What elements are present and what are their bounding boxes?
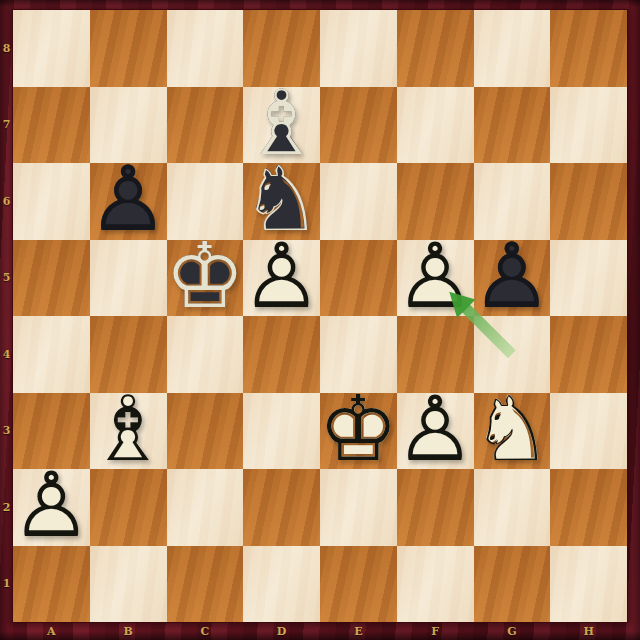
square-e2[interactable] xyxy=(320,469,397,546)
square-e5[interactable] xyxy=(320,240,397,317)
square-b8[interactable] xyxy=(90,10,167,87)
square-f4[interactable] xyxy=(397,316,474,393)
piece-white-bishop-b3[interactable]: ♝♗ xyxy=(90,393,167,470)
square-g8[interactable] xyxy=(474,10,551,87)
square-b5[interactable] xyxy=(90,240,167,317)
rank-label-4: 4 xyxy=(0,316,13,393)
piece-black-knight-d6[interactable]: ♞♘ xyxy=(243,163,320,240)
square-d5[interactable]: ♟♙ xyxy=(243,240,320,317)
file-label-b: B xyxy=(90,622,167,640)
piece-white-pawn-f3[interactable]: ♟♙ xyxy=(397,393,474,470)
square-f5[interactable]: ♟♙ xyxy=(397,240,474,317)
square-f1[interactable] xyxy=(397,546,474,623)
rank-label-7: 7 xyxy=(0,87,13,164)
file-labels: ABCDEFGH xyxy=(13,622,627,640)
rank-label-3: 3 xyxy=(0,393,13,470)
square-a1[interactable] xyxy=(13,546,90,623)
square-a5[interactable] xyxy=(13,240,90,317)
square-b6[interactable]: ♟♙ xyxy=(90,163,167,240)
square-g2[interactable] xyxy=(474,469,551,546)
square-f8[interactable] xyxy=(397,10,474,87)
square-c6[interactable] xyxy=(167,163,244,240)
square-f3[interactable]: ♟♙ xyxy=(397,393,474,470)
square-c8[interactable] xyxy=(167,10,244,87)
square-b2[interactable] xyxy=(90,469,167,546)
square-g4[interactable] xyxy=(474,316,551,393)
square-h8[interactable] xyxy=(550,10,627,87)
file-label-c: C xyxy=(167,622,244,640)
square-f6[interactable] xyxy=(397,163,474,240)
board-grid: ♝♗♟♙♞♘♚♔♟♙♟♙♟♙♝♗♚♔♟♙♞♘♟♙ xyxy=(13,10,627,622)
square-g6[interactable] xyxy=(474,163,551,240)
square-a3[interactable] xyxy=(13,393,90,470)
rank-label-8: 8 xyxy=(0,10,13,87)
square-b3[interactable]: ♝♗ xyxy=(90,393,167,470)
square-h3[interactable] xyxy=(550,393,627,470)
square-a4[interactable] xyxy=(13,316,90,393)
piece-white-pawn-d5[interactable]: ♟♙ xyxy=(243,240,320,317)
square-h2[interactable] xyxy=(550,469,627,546)
rank-label-5: 5 xyxy=(0,240,13,317)
piece-white-pawn-f5[interactable]: ♟♙ xyxy=(397,240,474,317)
square-d8[interactable] xyxy=(243,10,320,87)
piece-white-king-e3[interactable]: ♚♔ xyxy=(320,393,397,470)
square-g5[interactable]: ♟♙ xyxy=(474,240,551,317)
square-c2[interactable] xyxy=(167,469,244,546)
square-h4[interactable] xyxy=(550,316,627,393)
rank-labels: 87654321 xyxy=(0,10,13,622)
square-e7[interactable] xyxy=(320,87,397,164)
file-label-f: F xyxy=(397,622,474,640)
square-c4[interactable] xyxy=(167,316,244,393)
piece-white-knight-g3[interactable]: ♞♘ xyxy=(474,393,551,470)
square-a2[interactable]: ♟♙ xyxy=(13,469,90,546)
rank-label-6: 6 xyxy=(0,163,13,240)
square-a7[interactable] xyxy=(13,87,90,164)
piece-black-bishop-d7[interactable]: ♝♗ xyxy=(243,87,320,164)
square-h1[interactable] xyxy=(550,546,627,623)
square-c1[interactable] xyxy=(167,546,244,623)
square-b1[interactable] xyxy=(90,546,167,623)
square-a6[interactable] xyxy=(13,163,90,240)
chess-board: ♝♗♟♙♞♘♚♔♟♙♟♙♟♙♝♗♚♔♟♙♞♘♟♙ 87654321 ABCDEF… xyxy=(0,0,640,640)
square-c3[interactable] xyxy=(167,393,244,470)
square-c5[interactable]: ♚♔ xyxy=(167,240,244,317)
square-h6[interactable] xyxy=(550,163,627,240)
square-h5[interactable] xyxy=(550,240,627,317)
square-e3[interactable]: ♚♔ xyxy=(320,393,397,470)
file-label-a: A xyxy=(13,622,90,640)
file-label-d: D xyxy=(243,622,320,640)
file-label-e: E xyxy=(320,622,397,640)
square-d7[interactable]: ♝♗ xyxy=(243,87,320,164)
square-c7[interactable] xyxy=(167,87,244,164)
piece-black-king-c5[interactable]: ♚♔ xyxy=(167,240,244,317)
square-h7[interactable] xyxy=(550,87,627,164)
rank-label-1: 1 xyxy=(0,546,13,623)
file-label-h: H xyxy=(550,622,627,640)
square-g3[interactable]: ♞♘ xyxy=(474,393,551,470)
square-d4[interactable] xyxy=(243,316,320,393)
rank-label-2: 2 xyxy=(0,469,13,546)
square-g1[interactable] xyxy=(474,546,551,623)
file-label-g: G xyxy=(474,622,551,640)
square-e1[interactable] xyxy=(320,546,397,623)
square-d6[interactable]: ♞♘ xyxy=(243,163,320,240)
square-d3[interactable] xyxy=(243,393,320,470)
square-f2[interactable] xyxy=(397,469,474,546)
square-f7[interactable] xyxy=(397,87,474,164)
square-e4[interactable] xyxy=(320,316,397,393)
square-b7[interactable] xyxy=(90,87,167,164)
square-d1[interactable] xyxy=(243,546,320,623)
square-b4[interactable] xyxy=(90,316,167,393)
piece-black-pawn-b6[interactable]: ♟♙ xyxy=(90,163,167,240)
piece-white-pawn-a2[interactable]: ♟♙ xyxy=(13,469,90,546)
square-g7[interactable] xyxy=(474,87,551,164)
square-d2[interactable] xyxy=(243,469,320,546)
square-e8[interactable] xyxy=(320,10,397,87)
square-e6[interactable] xyxy=(320,163,397,240)
piece-black-pawn-g5[interactable]: ♟♙ xyxy=(474,240,551,317)
square-a8[interactable] xyxy=(13,10,90,87)
